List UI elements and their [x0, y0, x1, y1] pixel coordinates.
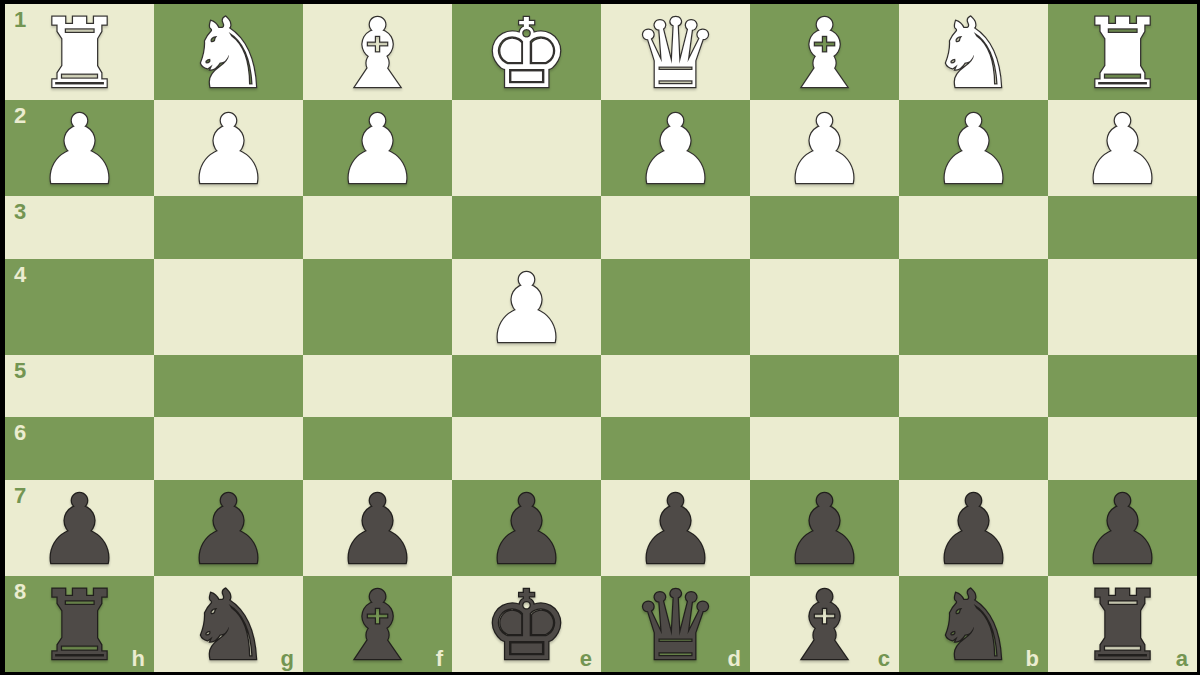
white-bishop-c1[interactable]: ♝ [781, 6, 867, 102]
file-label-h: h [132, 648, 145, 670]
white-knight-g1[interactable]: ♞ [185, 6, 271, 102]
black-bishop-c8[interactable]: ♝ [781, 578, 867, 674]
black-king-e8[interactable]: ♚ [483, 578, 569, 674]
square-e7[interactable]: ♟ [452, 480, 601, 576]
square-a6[interactable] [1048, 417, 1197, 480]
square-c2[interactable]: ♟ [750, 100, 899, 196]
file-label-e: e [580, 648, 592, 670]
square-e3[interactable] [452, 196, 601, 259]
black-knight-g8[interactable]: ♞ [185, 578, 271, 674]
square-h2[interactable]: 2♟ [5, 100, 154, 196]
square-c6[interactable] [750, 417, 899, 480]
white-king-e1[interactable]: ♚ [483, 6, 569, 102]
square-d5[interactable] [601, 355, 750, 418]
square-g6[interactable] [154, 417, 303, 480]
square-c5[interactable] [750, 355, 899, 418]
square-g5[interactable] [154, 355, 303, 418]
square-a7[interactable]: ♟ [1048, 480, 1197, 576]
square-f7[interactable]: ♟ [303, 480, 452, 576]
square-d3[interactable] [601, 196, 750, 259]
white-pawn-g2[interactable]: ♟ [185, 102, 271, 198]
square-c7[interactable]: ♟ [750, 480, 899, 576]
square-b3[interactable] [899, 196, 1048, 259]
black-rook-a8[interactable]: ♜ [1079, 578, 1165, 674]
white-pawn-h2[interactable]: ♟ [36, 102, 122, 198]
square-f1[interactable]: ♝ [303, 4, 452, 100]
square-b1[interactable]: ♞ [899, 4, 1048, 100]
square-g4[interactable] [154, 259, 303, 355]
black-pawn-g7[interactable]: ♟ [185, 482, 271, 578]
square-a3[interactable] [1048, 196, 1197, 259]
square-f8[interactable]: f♝ [303, 576, 452, 672]
square-h5[interactable]: 5 [5, 355, 154, 418]
square-e8[interactable]: e♚ [452, 576, 601, 672]
file-label-g: g [281, 648, 294, 670]
square-h8[interactable]: 8h♜ [5, 576, 154, 672]
square-b6[interactable] [899, 417, 1048, 480]
white-pawn-e4[interactable]: ♟ [483, 261, 569, 357]
square-a8[interactable]: a♜ [1048, 576, 1197, 672]
white-pawn-d2[interactable]: ♟ [632, 102, 718, 198]
white-rook-h1[interactable]: ♜ [36, 6, 122, 102]
square-e2[interactable] [452, 100, 601, 196]
black-pawn-f7[interactable]: ♟ [334, 482, 420, 578]
chess-board: 1♜♞♝♚♛♝♞♜2♟♟♟♟♟♟♟34♟567♟♟♟♟♟♟♟♟8h♜g♞f♝e♚… [5, 4, 1197, 672]
black-pawn-c7[interactable]: ♟ [781, 482, 867, 578]
square-g7[interactable]: ♟ [154, 480, 303, 576]
square-h6[interactable]: 6 [5, 417, 154, 480]
square-d7[interactable]: ♟ [601, 480, 750, 576]
rank-label-8: 8 [14, 581, 26, 603]
square-c3[interactable] [750, 196, 899, 259]
square-d2[interactable]: ♟ [601, 100, 750, 196]
rank-label-2: 2 [14, 105, 26, 127]
square-c4[interactable] [750, 259, 899, 355]
white-pawn-a2[interactable]: ♟ [1079, 102, 1165, 198]
square-f6[interactable] [303, 417, 452, 480]
square-a2[interactable]: ♟ [1048, 100, 1197, 196]
file-label-c: c [878, 648, 890, 670]
square-f3[interactable] [303, 196, 452, 259]
file-label-d: d [728, 648, 741, 670]
white-rook-a1[interactable]: ♜ [1079, 6, 1165, 102]
square-d6[interactable] [601, 417, 750, 480]
square-f4[interactable] [303, 259, 452, 355]
black-queen-d8[interactable]: ♛ [632, 578, 718, 674]
square-b7[interactable]: ♟ [899, 480, 1048, 576]
rank-label-4: 4 [14, 264, 26, 286]
square-h1[interactable]: 1♜ [5, 4, 154, 100]
black-pawn-d7[interactable]: ♟ [632, 482, 718, 578]
file-label-f: f [436, 648, 443, 670]
black-pawn-h7[interactable]: ♟ [36, 482, 122, 578]
square-g2[interactable]: ♟ [154, 100, 303, 196]
black-bishop-f8[interactable]: ♝ [334, 578, 420, 674]
square-c1[interactable]: ♝ [750, 4, 899, 100]
square-e1[interactable]: ♚ [452, 4, 601, 100]
square-e4[interactable]: ♟ [452, 259, 601, 355]
white-pawn-f2[interactable]: ♟ [334, 102, 420, 198]
square-b8[interactable]: b♞ [899, 576, 1048, 672]
rank-label-5: 5 [14, 360, 26, 382]
file-label-a: a [1176, 648, 1188, 670]
square-h3[interactable]: 3 [5, 196, 154, 259]
square-d8[interactable]: d♛ [601, 576, 750, 672]
white-bishop-f1[interactable]: ♝ [334, 6, 420, 102]
square-c8[interactable]: c♝ [750, 576, 899, 672]
square-b4[interactable] [899, 259, 1048, 355]
square-f2[interactable]: ♟ [303, 100, 452, 196]
rank-label-3: 3 [14, 201, 26, 223]
square-h4[interactable]: 4 [5, 259, 154, 355]
file-label-b: b [1026, 648, 1039, 670]
square-b2[interactable]: ♟ [899, 100, 1048, 196]
square-f5[interactable] [303, 355, 452, 418]
square-a5[interactable] [1048, 355, 1197, 418]
rank-label-6: 6 [14, 422, 26, 444]
black-pawn-a7[interactable]: ♟ [1079, 482, 1165, 578]
square-h7[interactable]: 7♟ [5, 480, 154, 576]
black-knight-b8[interactable]: ♞ [930, 578, 1016, 674]
white-pawn-b2[interactable]: ♟ [930, 102, 1016, 198]
square-g3[interactable] [154, 196, 303, 259]
black-rook-h8[interactable]: ♜ [36, 578, 122, 674]
square-d1[interactable]: ♛ [601, 4, 750, 100]
square-e5[interactable] [452, 355, 601, 418]
square-e6[interactable] [452, 417, 601, 480]
black-pawn-b7[interactable]: ♟ [930, 482, 1016, 578]
white-queen-d1[interactable]: ♛ [632, 6, 718, 102]
black-pawn-e7[interactable]: ♟ [483, 482, 569, 578]
square-b5[interactable] [899, 355, 1048, 418]
square-g1[interactable]: ♞ [154, 4, 303, 100]
square-g8[interactable]: g♞ [154, 576, 303, 672]
rank-label-1: 1 [14, 9, 26, 31]
square-a1[interactable]: ♜ [1048, 4, 1197, 100]
white-pawn-c2[interactable]: ♟ [781, 102, 867, 198]
square-d4[interactable] [601, 259, 750, 355]
white-knight-b1[interactable]: ♞ [930, 6, 1016, 102]
square-a4[interactable] [1048, 259, 1197, 355]
rank-label-7: 7 [14, 485, 26, 507]
